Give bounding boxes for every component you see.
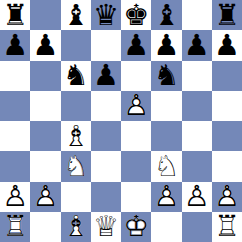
piece-black-queen-d8[interactable]: ♛: [91, 0, 121, 30]
square-a5[interactable]: [0, 91, 30, 121]
square-a6[interactable]: [0, 61, 30, 91]
piece-black-pawn-h7[interactable]: ♟: [212, 30, 242, 60]
pawn-glyph-fill: ♟: [0, 30, 30, 60]
piece-black-pawn-a7[interactable]: ♟: [0, 30, 30, 60]
square-b8[interactable]: [30, 0, 60, 30]
square-f5[interactable]: [151, 91, 181, 121]
piece-black-pawn-f7[interactable]: ♟: [151, 30, 181, 60]
queen-glyph-fill: ♛: [91, 0, 121, 30]
pawn-glyph-fill: ♟: [212, 30, 242, 60]
square-c1[interactable]: ♝♗: [61, 212, 91, 242]
square-d2[interactable]: [91, 182, 121, 212]
square-e3[interactable]: [121, 151, 151, 181]
square-a3[interactable]: [0, 151, 30, 181]
pawn-glyph-outline: ♙: [30, 182, 60, 212]
square-g4[interactable]: [182, 121, 212, 151]
pawn-glyph-fill: ♟: [91, 61, 121, 91]
pawn-glyph-outline: ♙: [182, 182, 212, 212]
square-b6[interactable]: [30, 61, 60, 91]
square-c4[interactable]: ♝♗: [61, 121, 91, 151]
rook-glyph-fill: ♜: [212, 0, 242, 30]
square-d6[interactable]: ♟: [91, 61, 121, 91]
piece-black-bishop-c8[interactable]: ♝: [61, 0, 91, 30]
king-glyph-outline: ♔: [121, 212, 151, 242]
piece-black-pawn-g7[interactable]: ♟: [182, 30, 212, 60]
piece-white-king-e1[interactable]: ♚♔: [121, 212, 151, 242]
pawn-glyph-fill: ♟: [30, 30, 60, 60]
piece-black-pawn-b7[interactable]: ♟: [30, 30, 60, 60]
square-c6[interactable]: ♞: [61, 61, 91, 91]
square-a4[interactable]: [0, 121, 30, 151]
piece-black-rook-h8[interactable]: ♜: [212, 0, 242, 30]
king-glyph-fill: ♚: [121, 0, 151, 30]
piece-white-queen-d1[interactable]: ♛♕: [91, 212, 121, 242]
queen-glyph-outline: ♕: [91, 212, 121, 242]
piece-black-bishop-f8[interactable]: ♝: [151, 0, 181, 30]
square-c5[interactable]: [61, 91, 91, 121]
piece-white-bishop-c1[interactable]: ♝♗: [61, 212, 91, 242]
square-f6[interactable]: ♞: [151, 61, 181, 91]
square-e7[interactable]: ♟: [121, 30, 151, 60]
knight-glyph-outline: ♘: [61, 151, 91, 181]
piece-white-pawn-a2[interactable]: ♟♙: [0, 182, 30, 212]
square-e5[interactable]: ♟♙: [121, 91, 151, 121]
piece-black-pawn-e7[interactable]: ♟: [121, 30, 151, 60]
piece-black-knight-c6[interactable]: ♞: [61, 61, 91, 91]
piece-black-rook-a8[interactable]: ♜: [0, 0, 30, 30]
bishop-glyph-fill: ♝: [61, 0, 91, 30]
knight-glyph-outline: ♘: [151, 151, 181, 181]
square-e2[interactable]: [121, 182, 151, 212]
pawn-glyph-fill: ♟: [121, 30, 151, 60]
rook-glyph-outline: ♖: [212, 212, 242, 242]
pawn-glyph-fill: ♟: [182, 30, 212, 60]
square-f2[interactable]: ♟♙: [151, 182, 181, 212]
square-f7[interactable]: ♟: [151, 30, 181, 60]
square-c8[interactable]: ♝: [61, 0, 91, 30]
square-a8[interactable]: ♜: [0, 0, 30, 30]
square-c3[interactable]: ♞♘: [61, 151, 91, 181]
square-f4[interactable]: [151, 121, 181, 151]
square-h6[interactable]: [212, 61, 242, 91]
piece-white-pawn-f2[interactable]: ♟♙: [151, 182, 181, 212]
square-c7[interactable]: [61, 30, 91, 60]
square-d4[interactable]: [91, 121, 121, 151]
square-g8[interactable]: [182, 0, 212, 30]
square-b2[interactable]: ♟♙: [30, 182, 60, 212]
square-d1[interactable]: ♛♕: [91, 212, 121, 242]
piece-white-rook-h1[interactable]: ♜♖: [212, 212, 242, 242]
square-d8[interactable]: ♛: [91, 0, 121, 30]
piece-white-pawn-h2[interactable]: ♟♙: [212, 182, 242, 212]
knight-glyph-fill: ♞: [61, 61, 91, 91]
bishop-glyph-fill: ♝: [151, 0, 181, 30]
square-g1[interactable]: [182, 212, 212, 242]
piece-white-knight-c3[interactable]: ♞♘: [61, 151, 91, 181]
square-h4[interactable]: [212, 121, 242, 151]
square-b1[interactable]: [30, 212, 60, 242]
square-f8[interactable]: ♝: [151, 0, 181, 30]
square-e8[interactable]: ♚: [121, 0, 151, 30]
square-b3[interactable]: [30, 151, 60, 181]
square-f3[interactable]: ♞♘: [151, 151, 181, 181]
square-d7[interactable]: [91, 30, 121, 60]
knight-glyph-fill: ♞: [151, 61, 181, 91]
rook-glyph-fill: ♜: [0, 0, 30, 30]
pawn-glyph-outline: ♙: [121, 91, 151, 121]
rook-glyph-outline: ♖: [0, 212, 30, 242]
square-e4[interactable]: [121, 121, 151, 151]
square-b7[interactable]: ♟: [30, 30, 60, 60]
piece-black-pawn-d6[interactable]: ♟: [91, 61, 121, 91]
square-g2[interactable]: ♟♙: [182, 182, 212, 212]
square-a2[interactable]: ♟♙: [0, 182, 30, 212]
piece-white-knight-f3[interactable]: ♞♘: [151, 151, 181, 181]
square-e6[interactable]: [121, 61, 151, 91]
square-h3[interactable]: [212, 151, 242, 181]
square-h5[interactable]: [212, 91, 242, 121]
chess-board: ♜♝♛♚♝♜♟♟♟♟♟♟♞♟♞♟♙♝♗♞♘♞♘♟♙♟♙♟♙♟♙♟♙♜♖♝♗♛♕♚…: [0, 0, 242, 242]
pawn-glyph-fill: ♟: [151, 30, 181, 60]
square-a7[interactable]: ♟: [0, 30, 30, 60]
pawn-glyph-outline: ♙: [151, 182, 181, 212]
piece-white-rook-a1[interactable]: ♜♖: [0, 212, 30, 242]
piece-white-pawn-g2[interactable]: ♟♙: [182, 182, 212, 212]
pawn-glyph-outline: ♙: [212, 182, 242, 212]
square-a1[interactable]: ♜♖: [0, 212, 30, 242]
square-h2[interactable]: ♟♙: [212, 182, 242, 212]
bishop-glyph-outline: ♗: [61, 212, 91, 242]
piece-white-pawn-e5[interactable]: ♟♙: [121, 91, 151, 121]
square-c2[interactable]: [61, 182, 91, 212]
square-g5[interactable]: [182, 91, 212, 121]
square-b5[interactable]: [30, 91, 60, 121]
bishop-glyph-outline: ♗: [61, 121, 91, 151]
square-f1[interactable]: [151, 212, 181, 242]
piece-white-pawn-b2[interactable]: ♟♙: [30, 182, 60, 212]
square-h7[interactable]: ♟: [212, 30, 242, 60]
pawn-glyph-outline: ♙: [0, 182, 30, 212]
square-g3[interactable]: [182, 151, 212, 181]
piece-white-bishop-c4[interactable]: ♝♗: [61, 121, 91, 151]
square-h1[interactable]: ♜♖: [212, 212, 242, 242]
square-g6[interactable]: [182, 61, 212, 91]
square-d3[interactable]: [91, 151, 121, 181]
square-e1[interactable]: ♚♔: [121, 212, 151, 242]
piece-black-knight-f6[interactable]: ♞: [151, 61, 181, 91]
square-g7[interactable]: ♟: [182, 30, 212, 60]
piece-black-king-e8[interactable]: ♚: [121, 0, 151, 30]
square-b4[interactable]: [30, 121, 60, 151]
square-d5[interactable]: [91, 91, 121, 121]
square-h8[interactable]: ♜: [212, 0, 242, 30]
